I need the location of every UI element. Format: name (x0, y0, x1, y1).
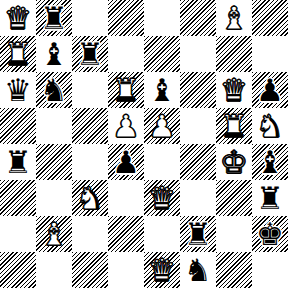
square-h3[interactable]: ♜ (252, 180, 288, 216)
square-g1[interactable] (216, 252, 252, 288)
square-f1[interactable]: ♞ (180, 252, 216, 288)
piece-white-pawn-e5[interactable]: ♟ (148, 108, 176, 144)
square-e2[interactable] (144, 216, 180, 252)
square-b5[interactable] (36, 108, 72, 144)
square-g3[interactable] (216, 180, 252, 216)
piece-black-rook-f2[interactable]: ♜ (184, 216, 212, 252)
square-h1[interactable] (252, 252, 288, 288)
piece-white-queen-e3[interactable]: ♛ (148, 180, 176, 216)
square-h2[interactable]: ♚ (252, 216, 288, 252)
square-c7[interactable]: ♜ (72, 36, 108, 72)
square-b1[interactable] (36, 252, 72, 288)
piece-black-rook-b8[interactable]: ♜ (40, 0, 68, 36)
square-d2[interactable] (108, 216, 144, 252)
piece-black-queen-a6[interactable]: ♛ (4, 72, 32, 108)
piece-white-queen-a8[interactable]: ♛ (4, 0, 32, 36)
square-d8[interactable] (108, 0, 144, 36)
square-g2[interactable] (216, 216, 252, 252)
square-a2[interactable] (0, 216, 36, 252)
square-b7[interactable]: ♝ (36, 36, 72, 72)
square-a8[interactable]: ♛ (0, 0, 36, 36)
square-h5[interactable]: ♞ (252, 108, 288, 144)
piece-black-knight-b6[interactable]: ♞ (40, 72, 68, 108)
square-a4[interactable]: ♜ (0, 144, 36, 180)
square-h6[interactable]: ♟ (252, 72, 288, 108)
piece-white-rook-g5[interactable]: ♜ (220, 108, 248, 144)
square-c6[interactable] (72, 72, 108, 108)
square-a7[interactable]: ♜ (0, 36, 36, 72)
square-c4[interactable] (72, 144, 108, 180)
piece-white-bishop-g8[interactable]: ♝ (220, 0, 248, 36)
square-e5[interactable]: ♟ (144, 108, 180, 144)
square-c1[interactable] (72, 252, 108, 288)
square-b2[interactable]: ♝ (36, 216, 72, 252)
piece-black-rook-h3[interactable]: ♜ (256, 180, 284, 216)
square-g5[interactable]: ♜ (216, 108, 252, 144)
square-e8[interactable] (144, 0, 180, 36)
square-e7[interactable] (144, 36, 180, 72)
square-d6[interactable]: ♜ (108, 72, 144, 108)
square-e3[interactable]: ♛ (144, 180, 180, 216)
piece-white-pawn-d5[interactable]: ♟ (112, 108, 140, 144)
square-b3[interactable] (36, 180, 72, 216)
piece-white-queen-g6[interactable]: ♛ (220, 72, 248, 108)
piece-black-knight-f1[interactable]: ♞ (184, 252, 212, 288)
square-g6[interactable]: ♛ (216, 72, 252, 108)
piece-white-rook-d6[interactable]: ♜ (112, 72, 140, 108)
square-d4[interactable]: ♟ (108, 144, 144, 180)
piece-black-bishop-h4[interactable]: ♝ (256, 144, 284, 180)
square-e6[interactable]: ♝ (144, 72, 180, 108)
square-c3[interactable]: ♞ (72, 180, 108, 216)
square-h8[interactable] (252, 0, 288, 36)
square-b8[interactable]: ♜ (36, 0, 72, 36)
piece-black-pawn-h6[interactable]: ♟ (256, 72, 284, 108)
piece-white-knight-c3[interactable]: ♞ (76, 180, 104, 216)
piece-black-bishop-e6[interactable]: ♝ (148, 72, 176, 108)
square-d1[interactable] (108, 252, 144, 288)
square-f8[interactable] (180, 0, 216, 36)
square-c2[interactable] (72, 216, 108, 252)
square-b4[interactable] (36, 144, 72, 180)
square-f2[interactable]: ♜ (180, 216, 216, 252)
square-f3[interactable] (180, 180, 216, 216)
square-f7[interactable] (180, 36, 216, 72)
square-f5[interactable] (180, 108, 216, 144)
square-d7[interactable] (108, 36, 144, 72)
piece-black-rook-c7[interactable]: ♜ (76, 36, 104, 72)
square-h4[interactable]: ♝ (252, 144, 288, 180)
piece-white-knight-h5[interactable]: ♞ (256, 108, 284, 144)
square-h7[interactable] (252, 36, 288, 72)
chess-board: ♛♜♝♜♝♜♛♞♜♝♛♟♟♟♜♞♜♟♚♝♞♛♜♝♜♚♛♞ (0, 0, 288, 288)
piece-white-queen-e1[interactable]: ♛ (148, 252, 176, 288)
piece-white-rook-a7[interactable]: ♜ (4, 36, 32, 72)
square-g7[interactable] (216, 36, 252, 72)
square-d3[interactable] (108, 180, 144, 216)
square-f6[interactable] (180, 72, 216, 108)
square-c5[interactable] (72, 108, 108, 144)
square-a5[interactable] (0, 108, 36, 144)
square-b6[interactable]: ♞ (36, 72, 72, 108)
square-e1[interactable]: ♛ (144, 252, 180, 288)
piece-black-rook-a4[interactable]: ♜ (4, 144, 32, 180)
piece-black-king-h2[interactable]: ♚ (256, 216, 284, 252)
square-a3[interactable] (0, 180, 36, 216)
square-a1[interactable] (0, 252, 36, 288)
piece-black-pawn-d4[interactable]: ♟ (112, 144, 140, 180)
piece-black-bishop-b7[interactable]: ♝ (40, 36, 68, 72)
square-a6[interactable]: ♛ (0, 72, 36, 108)
square-g4[interactable]: ♚ (216, 144, 252, 180)
square-f4[interactable] (180, 144, 216, 180)
square-d5[interactable]: ♟ (108, 108, 144, 144)
piece-white-king-g4[interactable]: ♚ (220, 144, 248, 180)
square-c8[interactable] (72, 0, 108, 36)
square-g8[interactable]: ♝ (216, 0, 252, 36)
piece-white-bishop-b2[interactable]: ♝ (40, 216, 68, 252)
square-e4[interactable] (144, 144, 180, 180)
